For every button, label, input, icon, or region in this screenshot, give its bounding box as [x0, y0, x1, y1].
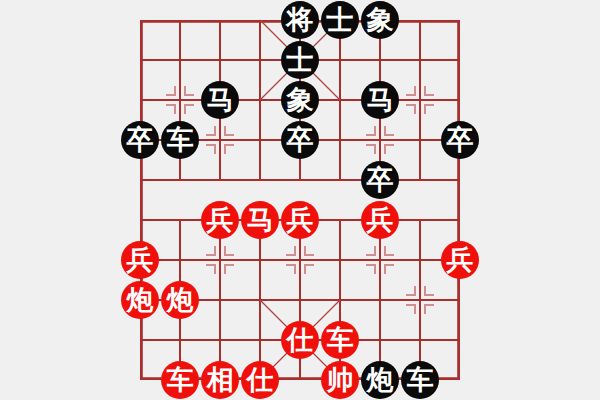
board-point-r7c0[interactable]: 炮	[120, 280, 160, 320]
board-point-r7c4[interactable]	[280, 280, 320, 320]
board-point-r7c1[interactable]: 炮	[160, 280, 200, 320]
piece-black-chariot[interactable]: 车	[161, 121, 199, 159]
board-point-r2c2[interactable]: 马	[200, 80, 240, 120]
board-point-r3c1[interactable]: 车	[160, 120, 200, 160]
board-point-r4c3[interactable]	[240, 160, 280, 200]
piece-black-advisor[interactable]: 士	[281, 41, 319, 79]
board-point-r3c6[interactable]	[360, 120, 400, 160]
piece-black-soldier[interactable]: 卒	[361, 161, 399, 199]
piece-red-elephant[interactable]: 相	[201, 361, 239, 399]
board-point-r7c3[interactable]	[240, 280, 280, 320]
board-point-r1c1[interactable]	[160, 40, 200, 80]
board-point-r6c4[interactable]	[280, 240, 320, 280]
board-grid: 将士象士马象马卒车卒卒卒兵马兵兵兵兵炮炮仕车车相仕帅炮车	[120, 0, 480, 400]
board-point-r2c8[interactable]	[440, 80, 480, 120]
board-point-r4c7[interactable]	[400, 160, 440, 200]
piece-black-general[interactable]: 将	[281, 1, 319, 39]
piece-black-horse[interactable]: 马	[201, 81, 239, 119]
piece-red-cannon[interactable]: 炮	[161, 281, 199, 319]
piece-black-elephant[interactable]: 象	[361, 1, 399, 39]
board-point-r1c7[interactable]	[400, 40, 440, 80]
board-point-r4c5[interactable]	[320, 160, 360, 200]
board-point-r2c7[interactable]	[400, 80, 440, 120]
piece-black-soldier[interactable]: 卒	[441, 121, 479, 159]
board-point-r1c5[interactable]	[320, 40, 360, 80]
piece-black-chariot[interactable]: 车	[401, 361, 439, 399]
board-point-r8c3[interactable]	[240, 320, 280, 360]
board-point-r1c6[interactable]	[360, 40, 400, 80]
piece-red-cannon[interactable]: 炮	[121, 281, 159, 319]
piece-black-soldier[interactable]: 卒	[121, 121, 159, 159]
board-point-r3c3[interactable]	[240, 120, 280, 160]
board-point-r4c4[interactable]	[280, 160, 320, 200]
board-point-r2c4[interactable]: 象	[280, 80, 320, 120]
piece-black-soldier[interactable]: 卒	[281, 121, 319, 159]
board-point-r9c3[interactable]: 仕	[240, 360, 280, 400]
board-point-r1c4[interactable]: 士	[280, 40, 320, 80]
board-point-r8c6[interactable]	[360, 320, 400, 360]
board-point-r0c6[interactable]: 象	[360, 0, 400, 40]
board-point-r2c3[interactable]	[240, 80, 280, 120]
board-point-r0c5[interactable]: 士	[320, 0, 360, 40]
board-point-r9c0[interactable]	[120, 360, 160, 400]
piece-black-elephant[interactable]: 象	[281, 81, 319, 119]
board-point-r8c1[interactable]	[160, 320, 200, 360]
piece-red-advisor[interactable]: 仕	[281, 321, 319, 359]
board-point-r8c7[interactable]	[400, 320, 440, 360]
board-point-r0c3[interactable]	[240, 0, 280, 40]
board-point-r0c0[interactable]	[120, 0, 160, 40]
board-point-r3c7[interactable]	[400, 120, 440, 160]
board-point-r1c2[interactable]	[200, 40, 240, 80]
board-point-r4c6[interactable]: 卒	[360, 160, 400, 200]
board-point-r7c5[interactable]	[320, 280, 360, 320]
piece-black-advisor[interactable]: 士	[321, 1, 359, 39]
board-point-r5c5[interactable]	[320, 200, 360, 240]
board-point-r5c4[interactable]: 兵	[280, 200, 320, 240]
board-point-r3c2[interactable]	[200, 120, 240, 160]
board-point-r1c3[interactable]	[240, 40, 280, 80]
board-point-r5c8[interactable]	[440, 200, 480, 240]
board-point-r0c2[interactable]	[200, 0, 240, 40]
board-point-r6c8[interactable]: 兵	[440, 240, 480, 280]
board-point-r8c4[interactable]: 仕	[280, 320, 320, 360]
board-point-r5c1[interactable]	[160, 200, 200, 240]
board-point-r3c0[interactable]: 卒	[120, 120, 160, 160]
board-point-r8c2[interactable]	[200, 320, 240, 360]
board-point-r6c0[interactable]: 兵	[120, 240, 160, 280]
board-point-r6c5[interactable]	[320, 240, 360, 280]
board-point-r5c6[interactable]: 兵	[360, 200, 400, 240]
board-point-r6c1[interactable]	[160, 240, 200, 280]
board-point-r2c1[interactable]	[160, 80, 200, 120]
board-point-r8c0[interactable]	[120, 320, 160, 360]
app-canvas: 将士象士马象马卒车卒卒卒兵马兵兵兵兵炮炮仕车车相仕帅炮车	[0, 0, 600, 400]
board-point-r1c8[interactable]	[440, 40, 480, 80]
board-point-r0c4[interactable]: 将	[280, 0, 320, 40]
piece-red-soldier[interactable]: 兵	[121, 241, 159, 279]
board-point-r5c3[interactable]: 马	[240, 200, 280, 240]
board-point-r1c0[interactable]	[120, 40, 160, 80]
board-point-r5c0[interactable]	[120, 200, 160, 240]
board-point-r9c7[interactable]: 车	[400, 360, 440, 400]
piece-red-soldier[interactable]: 兵	[201, 201, 239, 239]
board-point-r9c1[interactable]: 车	[160, 360, 200, 400]
piece-red-soldier[interactable]: 兵	[441, 241, 479, 279]
piece-black-cannon[interactable]: 炮	[361, 361, 399, 399]
piece-red-horse[interactable]: 马	[241, 201, 279, 239]
board-point-r8c5[interactable]: 车	[320, 320, 360, 360]
board-point-r9c6[interactable]: 炮	[360, 360, 400, 400]
board-point-r3c4[interactable]: 卒	[280, 120, 320, 160]
board-point-r3c5[interactable]	[320, 120, 360, 160]
board-point-r0c8[interactable]	[440, 0, 480, 40]
board-point-r2c5[interactable]	[320, 80, 360, 120]
board-point-r9c2[interactable]: 相	[200, 360, 240, 400]
piece-red-chariot[interactable]: 车	[321, 321, 359, 359]
board-point-r4c2[interactable]	[200, 160, 240, 200]
board-point-r0c1[interactable]	[160, 0, 200, 40]
board-point-r9c4[interactable]	[280, 360, 320, 400]
board-point-r9c8[interactable]	[440, 360, 480, 400]
board-point-r0c7[interactable]	[400, 0, 440, 40]
board-point-r8c8[interactable]	[440, 320, 480, 360]
board-point-r7c2[interactable]	[200, 280, 240, 320]
board-point-r3c8[interactable]: 卒	[440, 120, 480, 160]
board-point-r7c7[interactable]	[400, 280, 440, 320]
board-point-r6c2[interactable]	[200, 240, 240, 280]
board-point-r6c3[interactable]	[240, 240, 280, 280]
board-point-r7c8[interactable]	[440, 280, 480, 320]
piece-red-general[interactable]: 帅	[321, 361, 359, 399]
board-point-r2c6[interactable]: 马	[360, 80, 400, 120]
piece-red-soldier[interactable]: 兵	[281, 201, 319, 239]
board-point-r6c7[interactable]	[400, 240, 440, 280]
board-point-r5c7[interactable]	[400, 200, 440, 240]
piece-red-soldier[interactable]: 兵	[361, 201, 399, 239]
piece-black-horse[interactable]: 马	[361, 81, 399, 119]
board-point-r2c0[interactable]	[120, 80, 160, 120]
xiangqi-board: 将士象士马象马卒车卒卒卒兵马兵兵兵兵炮炮仕车车相仕帅炮车	[120, 0, 480, 400]
board-point-r5c2[interactable]: 兵	[200, 200, 240, 240]
board-point-r9c5[interactable]: 帅	[320, 360, 360, 400]
board-point-r4c1[interactable]	[160, 160, 200, 200]
board-point-r7c6[interactable]	[360, 280, 400, 320]
piece-red-advisor[interactable]: 仕	[241, 361, 279, 399]
board-point-r6c6[interactable]	[360, 240, 400, 280]
board-point-r4c0[interactable]	[120, 160, 160, 200]
piece-red-chariot[interactable]: 车	[161, 361, 199, 399]
board-point-r4c8[interactable]	[440, 160, 480, 200]
